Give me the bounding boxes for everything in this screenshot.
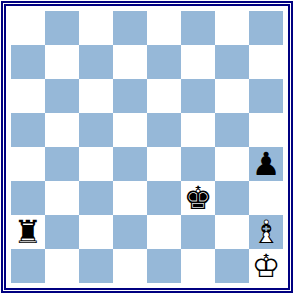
square-c8[interactable] xyxy=(79,11,113,45)
square-g6[interactable] xyxy=(215,79,249,113)
square-g5[interactable] xyxy=(215,113,249,147)
black-rook[interactable]: ♜ xyxy=(11,215,45,249)
square-c2[interactable] xyxy=(79,215,113,249)
square-d6[interactable] xyxy=(113,79,147,113)
square-g8[interactable] xyxy=(215,11,249,45)
square-g3[interactable] xyxy=(215,181,249,215)
square-f6[interactable] xyxy=(181,79,215,113)
square-h1[interactable]: ♚♔ xyxy=(249,249,283,283)
black-king[interactable]: ♚ xyxy=(181,181,215,215)
square-h4[interactable]: ♟ xyxy=(249,147,283,181)
square-c1[interactable] xyxy=(79,249,113,283)
black-rook-glyph: ♜ xyxy=(11,215,45,249)
square-d1[interactable] xyxy=(113,249,147,283)
square-h7[interactable] xyxy=(249,45,283,79)
square-a4[interactable] xyxy=(11,147,45,181)
square-a3[interactable] xyxy=(11,181,45,215)
square-e7[interactable] xyxy=(147,45,181,79)
square-b2[interactable] xyxy=(45,215,79,249)
black-pawn-glyph: ♟ xyxy=(249,147,283,181)
square-c6[interactable] xyxy=(79,79,113,113)
square-b8[interactable] xyxy=(45,11,79,45)
chess-board[interactable]: ♟♚♜♝♗♚♔ xyxy=(11,11,283,283)
board-frame-inner: ♟♚♜♝♗♚♔ xyxy=(4,4,290,290)
square-a6[interactable] xyxy=(11,79,45,113)
black-pawn[interactable]: ♟ xyxy=(249,147,283,181)
white-king[interactable]: ♚♔ xyxy=(249,249,283,283)
square-f2[interactable] xyxy=(181,215,215,249)
square-e4[interactable] xyxy=(147,147,181,181)
square-e5[interactable] xyxy=(147,113,181,147)
square-d3[interactable] xyxy=(113,181,147,215)
square-h2[interactable]: ♝♗ xyxy=(249,215,283,249)
square-d2[interactable] xyxy=(113,215,147,249)
square-g4[interactable] xyxy=(215,147,249,181)
square-a5[interactable] xyxy=(11,113,45,147)
square-f8[interactable] xyxy=(181,11,215,45)
board-frame-outer: ♟♚♜♝♗♚♔ xyxy=(1,1,293,293)
white-king-outline: ♔ xyxy=(249,249,283,283)
square-d5[interactable] xyxy=(113,113,147,147)
white-bishop[interactable]: ♝♗ xyxy=(249,215,283,249)
square-b4[interactable] xyxy=(45,147,79,181)
square-d4[interactable] xyxy=(113,147,147,181)
white-bishop-outline: ♗ xyxy=(249,215,283,249)
square-a2[interactable]: ♜ xyxy=(11,215,45,249)
square-h5[interactable] xyxy=(249,113,283,147)
square-d8[interactable] xyxy=(113,11,147,45)
square-b6[interactable] xyxy=(45,79,79,113)
black-king-glyph: ♚ xyxy=(181,181,215,215)
square-b3[interactable] xyxy=(45,181,79,215)
square-d7[interactable] xyxy=(113,45,147,79)
square-g2[interactable] xyxy=(215,215,249,249)
square-a1[interactable] xyxy=(11,249,45,283)
square-e6[interactable] xyxy=(147,79,181,113)
square-g1[interactable] xyxy=(215,249,249,283)
square-b7[interactable] xyxy=(45,45,79,79)
square-f5[interactable] xyxy=(181,113,215,147)
square-e1[interactable] xyxy=(147,249,181,283)
square-a8[interactable] xyxy=(11,11,45,45)
square-f4[interactable] xyxy=(181,147,215,181)
square-e2[interactable] xyxy=(147,215,181,249)
square-f1[interactable] xyxy=(181,249,215,283)
square-b5[interactable] xyxy=(45,113,79,147)
square-h3[interactable] xyxy=(249,181,283,215)
square-b1[interactable] xyxy=(45,249,79,283)
square-g7[interactable] xyxy=(215,45,249,79)
square-a7[interactable] xyxy=(11,45,45,79)
square-h8[interactable] xyxy=(249,11,283,45)
square-c5[interactable] xyxy=(79,113,113,147)
square-f3[interactable]: ♚ xyxy=(181,181,215,215)
square-e8[interactable] xyxy=(147,11,181,45)
chess-diagram: ♟♚♜♝♗♚♔ xyxy=(0,0,294,294)
square-e3[interactable] xyxy=(147,181,181,215)
square-f7[interactable] xyxy=(181,45,215,79)
square-c3[interactable] xyxy=(79,181,113,215)
square-h6[interactable] xyxy=(249,79,283,113)
square-c7[interactable] xyxy=(79,45,113,79)
square-c4[interactable] xyxy=(79,147,113,181)
